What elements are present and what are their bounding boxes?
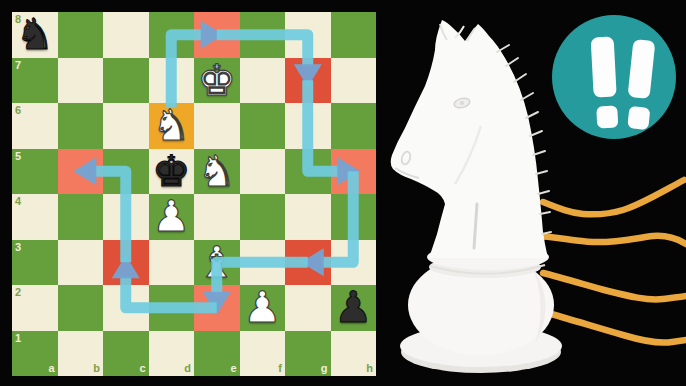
rank-label-7: 7 (15, 60, 21, 71)
square-h1[interactable]: h (331, 331, 377, 377)
square-c4[interactable] (103, 194, 149, 240)
square-h4[interactable] (331, 194, 377, 240)
square-a1[interactable]: 1a (12, 331, 58, 377)
square-e3[interactable]: ♝ (194, 240, 240, 286)
square-e1[interactable]: e (194, 331, 240, 377)
rank-label-5: 5 (15, 151, 21, 162)
square-c3[interactable] (103, 240, 149, 286)
square-a7[interactable]: 7 (12, 58, 58, 104)
square-b4[interactable] (58, 194, 104, 240)
square-a3[interactable]: 3 (12, 240, 58, 286)
piece-white-knight[interactable]: ♞ (152, 103, 191, 148)
square-e5[interactable]: ♞ (194, 149, 240, 195)
square-a6[interactable]: 6 (12, 103, 58, 149)
square-d1[interactable]: d (149, 331, 195, 377)
square-a2[interactable]: 2 (12, 285, 58, 331)
white-knight-statue (385, 8, 570, 380)
square-d7[interactable] (149, 58, 195, 104)
file-label-f: f (278, 363, 282, 374)
square-h6[interactable] (331, 103, 377, 149)
square-b6[interactable] (58, 103, 104, 149)
square-d2[interactable] (149, 285, 195, 331)
square-f8[interactable] (240, 12, 286, 58)
file-label-a: a (48, 363, 54, 374)
square-d4[interactable]: ♟ (149, 194, 195, 240)
square-d8[interactable] (149, 12, 195, 58)
file-label-e: e (230, 363, 236, 374)
square-b2[interactable] (58, 285, 104, 331)
square-g2[interactable] (285, 285, 331, 331)
square-a4[interactable]: 4 (12, 194, 58, 240)
square-c7[interactable] (103, 58, 149, 104)
square-b8[interactable] (58, 12, 104, 58)
square-e8[interactable] (194, 12, 240, 58)
square-b3[interactable] (58, 240, 104, 286)
square-g8[interactable] (285, 12, 331, 58)
file-label-g: g (321, 363, 328, 374)
rank-label-1: 1 (15, 333, 21, 344)
square-d6[interactable]: ♞ (149, 103, 195, 149)
square-e6[interactable] (194, 103, 240, 149)
piece-white-bishop[interactable]: ♝ (197, 240, 236, 285)
square-e2[interactable] (194, 285, 240, 331)
square-g5[interactable] (285, 149, 331, 195)
square-b1[interactable]: b (58, 331, 104, 377)
square-h7[interactable] (331, 58, 377, 104)
square-c2[interactable] (103, 285, 149, 331)
square-e4[interactable] (194, 194, 240, 240)
square-h8[interactable] (331, 12, 377, 58)
file-label-d: d (184, 363, 191, 374)
square-c8[interactable] (103, 12, 149, 58)
square-f6[interactable] (240, 103, 286, 149)
square-h2[interactable]: ♟ (331, 285, 377, 331)
square-d5[interactable]: ♚ (149, 149, 195, 195)
square-h5[interactable] (331, 149, 377, 195)
piece-black-knight[interactable]: ♞ (15, 12, 54, 57)
square-f3[interactable] (240, 240, 286, 286)
file-label-b: b (93, 363, 100, 374)
piece-white-pawn[interactable]: ♟ (152, 194, 191, 239)
square-g7[interactable] (285, 58, 331, 104)
puzzle-thumbnail: 8♞7♚6♞5♚♞4♟3♝2♟♟1abcdefgh (0, 0, 686, 386)
file-label-h: h (366, 363, 373, 374)
square-b5[interactable] (58, 149, 104, 195)
rank-label-2: 2 (15, 287, 21, 298)
square-g3[interactable] (285, 240, 331, 286)
square-e7[interactable]: ♚ (194, 58, 240, 104)
rank-label-6: 6 (15, 105, 21, 116)
square-b7[interactable] (58, 58, 104, 104)
brilliant-move-badge (549, 13, 679, 143)
board-area: 8♞7♚6♞5♚♞4♟3♝2♟♟1abcdefgh (12, 12, 376, 376)
piece-white-knight[interactable]: ♞ (197, 149, 236, 194)
square-c1[interactable]: c (103, 331, 149, 377)
square-g1[interactable]: g (285, 331, 331, 377)
square-g4[interactable] (285, 194, 331, 240)
square-f2[interactable]: ♟ (240, 285, 286, 331)
square-a5[interactable]: 5 (12, 149, 58, 195)
square-f5[interactable] (240, 149, 286, 195)
square-d3[interactable] (149, 240, 195, 286)
square-g6[interactable] (285, 103, 331, 149)
square-f4[interactable] (240, 194, 286, 240)
squiggle-line (551, 314, 686, 343)
piece-white-pawn[interactable]: ♟ (243, 285, 282, 330)
square-c6[interactable] (103, 103, 149, 149)
file-label-c: c (139, 363, 145, 374)
piece-black-king[interactable]: ♚ (152, 149, 191, 194)
square-f1[interactable]: f (240, 331, 286, 377)
rank-label-4: 4 (15, 196, 21, 207)
chess-board[interactable]: 8♞7♚6♞5♚♞4♟3♝2♟♟1abcdefgh (12, 12, 376, 376)
square-a8[interactable]: 8♞ (12, 12, 58, 58)
statue-head (391, 20, 548, 258)
square-f7[interactable] (240, 58, 286, 104)
piece-white-king[interactable]: ♚ (197, 58, 236, 103)
rank-label-3: 3 (15, 242, 21, 253)
rank-label-8: 8 (15, 14, 21, 25)
piece-black-pawn[interactable]: ♟ (334, 285, 373, 330)
square-c5[interactable] (103, 149, 149, 195)
square-h3[interactable] (331, 240, 377, 286)
